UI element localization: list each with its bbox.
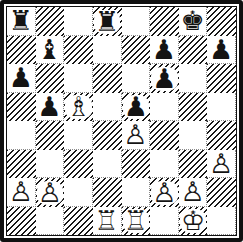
square-c6[interactable] bbox=[64, 64, 93, 93]
square-a2[interactable]: ♙ bbox=[7, 178, 36, 207]
square-a7[interactable] bbox=[7, 36, 36, 65]
square-c4[interactable] bbox=[64, 121, 93, 150]
square-b8[interactable] bbox=[36, 7, 65, 36]
square-b6[interactable] bbox=[36, 64, 65, 93]
square-f4[interactable] bbox=[150, 121, 179, 150]
piece-white-king: ♔ bbox=[181, 207, 205, 234]
piece-white-rook: ♖ bbox=[124, 207, 148, 234]
square-g1[interactable]: ♔ bbox=[179, 207, 208, 236]
piece-black-pawn: ♟ bbox=[152, 36, 176, 63]
square-h2[interactable] bbox=[207, 178, 236, 207]
square-e3[interactable] bbox=[122, 150, 151, 179]
square-d6[interactable] bbox=[93, 64, 122, 93]
square-c1[interactable] bbox=[64, 207, 93, 236]
square-h7[interactable]: ♟ bbox=[207, 36, 236, 65]
piece-black-pawn: ♟ bbox=[9, 64, 33, 91]
piece-black-rook: ♜ bbox=[9, 7, 33, 34]
piece-white-pawn: ♙ bbox=[9, 178, 33, 205]
square-f3[interactable] bbox=[150, 150, 179, 179]
piece-black-rook: ♜ bbox=[95, 8, 119, 35]
square-h5[interactable] bbox=[207, 93, 236, 122]
square-g8[interactable]: ♚ bbox=[179, 7, 208, 36]
square-d2[interactable] bbox=[93, 178, 122, 207]
square-e4[interactable]: ♙ bbox=[122, 121, 151, 150]
piece-white-rook: ♖ bbox=[95, 207, 119, 234]
square-d4[interactable] bbox=[93, 121, 122, 150]
piece-white-pawn: ♙ bbox=[38, 179, 62, 206]
square-c8[interactable] bbox=[64, 7, 93, 36]
square-g3[interactable] bbox=[179, 150, 208, 179]
square-a8[interactable]: ♜ bbox=[7, 7, 36, 36]
square-g4[interactable] bbox=[179, 121, 208, 150]
square-e7[interactable] bbox=[122, 36, 151, 65]
square-d5[interactable] bbox=[93, 93, 122, 122]
piece-black-pawn: ♟ bbox=[209, 36, 233, 63]
piece-white-bishop: ♗ bbox=[66, 93, 90, 120]
piece-white-pawn: ♙ bbox=[152, 179, 176, 206]
square-f8[interactable] bbox=[150, 7, 179, 36]
square-c7[interactable] bbox=[64, 36, 93, 65]
square-d7[interactable] bbox=[93, 36, 122, 65]
square-a5[interactable] bbox=[7, 93, 36, 122]
square-f7[interactable]: ♟ bbox=[150, 36, 179, 65]
square-f2[interactable]: ♙ bbox=[150, 178, 179, 207]
square-a6[interactable]: ♟ bbox=[7, 64, 36, 93]
square-d8[interactable]: ♜ bbox=[93, 7, 122, 36]
square-c3[interactable] bbox=[64, 150, 93, 179]
square-g6[interactable] bbox=[179, 64, 208, 93]
square-g2[interactable]: ♙ bbox=[179, 178, 208, 207]
square-b1[interactable] bbox=[36, 207, 65, 236]
square-c5[interactable]: ♗ bbox=[64, 93, 93, 122]
square-d3[interactable] bbox=[93, 150, 122, 179]
square-h4[interactable] bbox=[207, 121, 236, 150]
square-e1[interactable]: ♖ bbox=[122, 207, 151, 236]
piece-white-pawn: ♙ bbox=[180, 178, 204, 205]
square-e2[interactable] bbox=[122, 178, 151, 207]
chess-board-frame: ♜♜♚♝♟♟♟♟♟♗♟♙♙♙♙♙♙♖♖♔ bbox=[0, 0, 243, 242]
square-a3[interactable] bbox=[7, 150, 36, 179]
piece-black-pawn: ♟ bbox=[152, 65, 176, 92]
piece-black-pawn: ♟ bbox=[124, 93, 148, 120]
square-b4[interactable] bbox=[36, 121, 65, 150]
square-e6[interactable] bbox=[122, 64, 151, 93]
chess-board: ♜♜♚♝♟♟♟♟♟♗♟♙♙♙♙♙♙♖♖♔ bbox=[6, 6, 237, 236]
square-b5[interactable]: ♟ bbox=[36, 93, 65, 122]
piece-black-pawn: ♟ bbox=[37, 93, 61, 120]
square-a4[interactable] bbox=[7, 121, 36, 150]
square-b3[interactable] bbox=[36, 150, 65, 179]
square-c2[interactable] bbox=[64, 178, 93, 207]
square-e8[interactable] bbox=[122, 7, 151, 36]
square-f6[interactable]: ♟ bbox=[150, 64, 179, 93]
square-h3[interactable]: ♙ bbox=[207, 150, 236, 179]
square-a1[interactable] bbox=[7, 207, 36, 236]
square-b2[interactable]: ♙ bbox=[36, 178, 65, 207]
square-h8[interactable] bbox=[207, 7, 236, 36]
square-h6[interactable] bbox=[207, 64, 236, 93]
square-e5[interactable]: ♟ bbox=[122, 93, 151, 122]
square-f5[interactable] bbox=[150, 93, 179, 122]
piece-black-bishop: ♝ bbox=[37, 36, 61, 63]
square-g5[interactable] bbox=[179, 93, 208, 122]
square-g7[interactable] bbox=[179, 36, 208, 65]
square-h1[interactable] bbox=[207, 207, 236, 236]
square-f1[interactable] bbox=[150, 207, 179, 236]
piece-black-king: ♚ bbox=[180, 7, 204, 34]
square-d1[interactable]: ♖ bbox=[93, 207, 122, 236]
piece-white-pawn: ♙ bbox=[209, 150, 233, 177]
piece-white-pawn: ♙ bbox=[123, 121, 147, 148]
square-b7[interactable]: ♝ bbox=[36, 36, 65, 65]
